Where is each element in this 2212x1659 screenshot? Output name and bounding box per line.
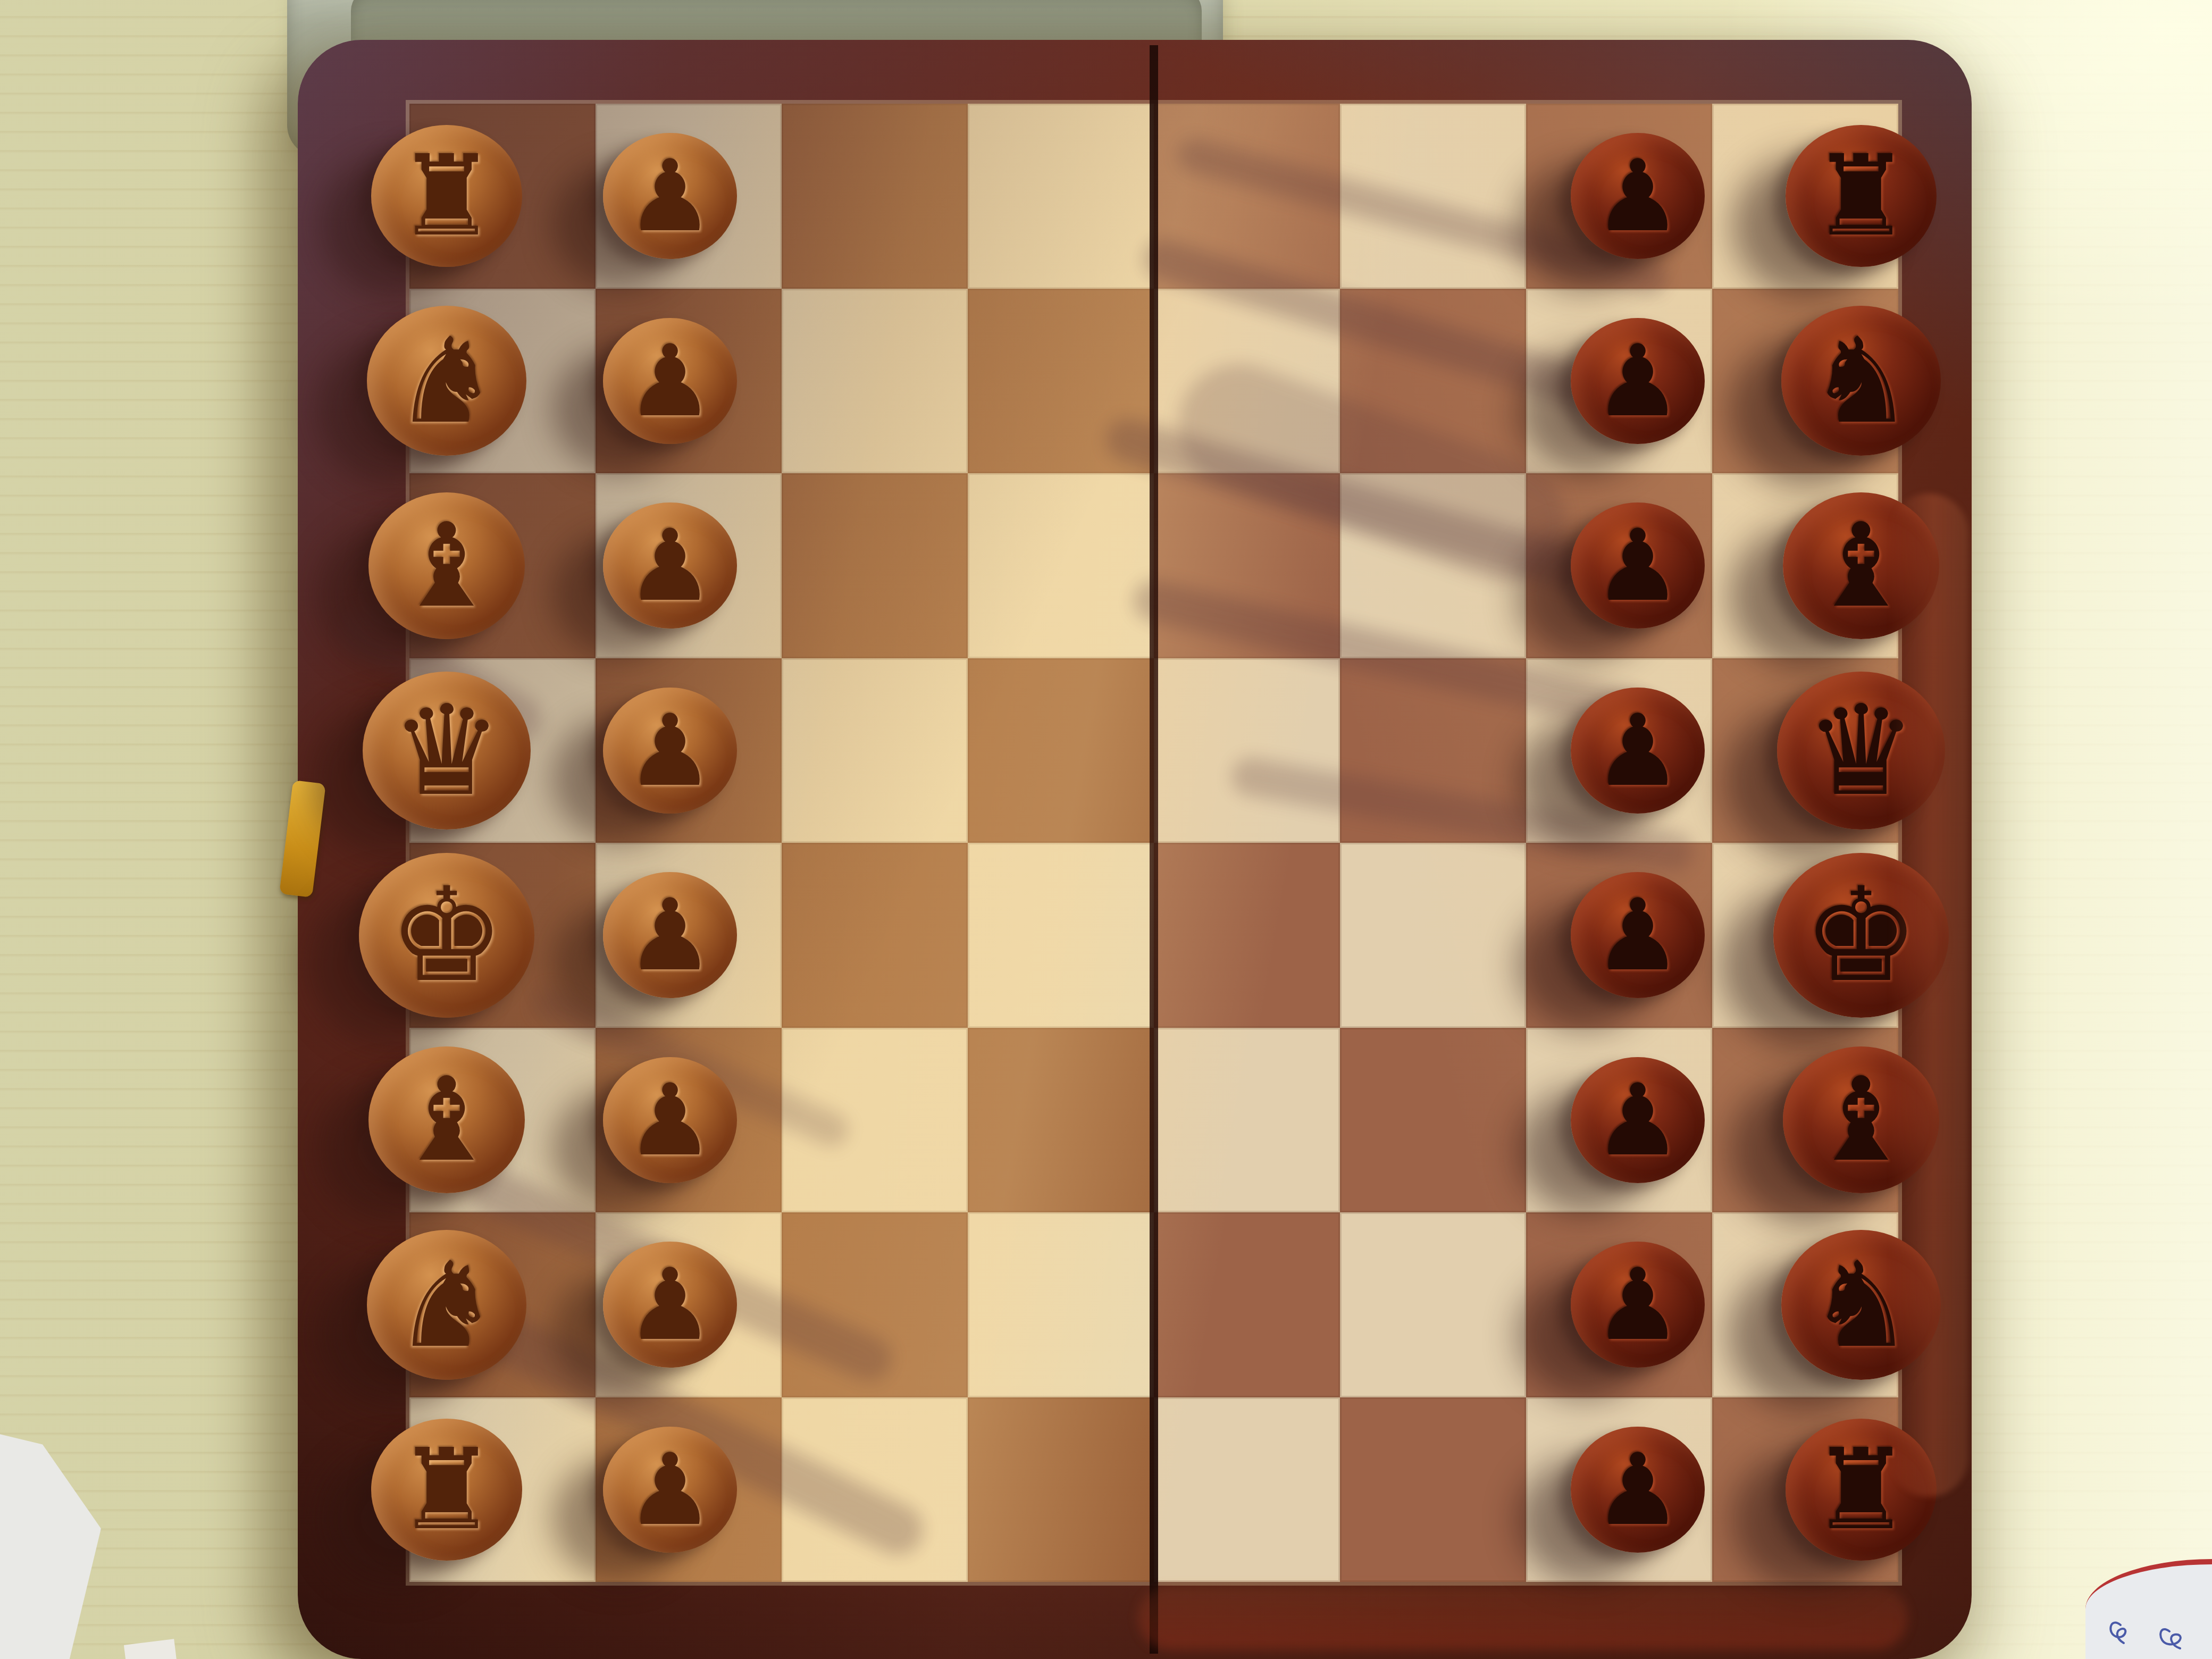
white-pawn-f2: ♟ — [603, 1057, 737, 1183]
pawn-glyph: ♟ — [626, 886, 715, 985]
pawn-glyph: ♟ — [1594, 1071, 1682, 1170]
rook-glyph: ♜ — [397, 1434, 497, 1546]
chess-board: ♜♞♝♛♚♝♞♜♟♟♟♟♟♟♟♟♟♟♟♟♟♟♟♟♜♞♝♛♚♝♞♜ — [298, 40, 1972, 1659]
pawn-glyph: ♟ — [626, 1255, 715, 1354]
black-pawn-b7: ♟ — [1571, 318, 1705, 444]
frame-gloss-bottom — [1138, 1586, 1908, 1649]
paper-scrap-bottom-left — [0, 1430, 101, 1659]
white-knight-b1: ♞ — [367, 306, 526, 456]
pawn-glyph: ♟ — [626, 1071, 715, 1170]
white-bishop-c1: ♝ — [368, 492, 525, 639]
white-pawn-b2: ♟ — [603, 318, 737, 444]
pawn-glyph: ♟ — [1594, 147, 1682, 246]
black-pawn-d7: ♟ — [1571, 688, 1705, 814]
black-pawn-g7: ♟ — [1571, 1242, 1705, 1368]
black-rook-a8: ♜ — [1786, 125, 1937, 267]
pawn-glyph: ♟ — [626, 332, 715, 431]
photo-scene: ♜♞♝♛♚♝♞♜♟♟♟♟♟♟♟♟♟♟♟♟♟♟♟♟♜♞♝♛♚♝♞♜ — [0, 0, 2212, 1659]
pawn-glyph: ♟ — [1594, 332, 1682, 431]
black-pawn-a7: ♟ — [1571, 133, 1705, 259]
pawn-glyph: ♟ — [1594, 1255, 1682, 1354]
pawn-glyph: ♟ — [626, 1440, 715, 1539]
white-rook-a1: ♜ — [371, 125, 522, 267]
white-pawn-d2: ♟ — [603, 688, 737, 814]
white-queen-d1: ♛ — [363, 672, 531, 829]
bishop-glyph: ♝ — [395, 508, 498, 624]
white-pawn-h2: ♟ — [603, 1427, 737, 1553]
pawn-glyph: ♟ — [1594, 886, 1682, 985]
paper-sliver — [124, 1639, 177, 1659]
white-pawn-e2: ♟ — [603, 872, 737, 998]
paper-scrap-bottom-right — [2085, 1559, 2212, 1659]
knight-glyph: ♞ — [1808, 322, 1914, 440]
white-pawn-a2: ♟ — [603, 133, 737, 259]
black-pawn-c7: ♟ — [1571, 502, 1705, 629]
pawn-glyph: ♟ — [1594, 701, 1682, 800]
white-pawn-g2: ♟ — [603, 1242, 737, 1368]
pawn-glyph: ♟ — [1594, 516, 1682, 615]
pawn-glyph: ♟ — [626, 516, 715, 615]
knight-glyph: ♞ — [393, 322, 499, 440]
rook-glyph: ♜ — [397, 140, 497, 252]
black-pawn-f7: ♟ — [1571, 1057, 1705, 1183]
pawn-glyph: ♟ — [626, 147, 715, 246]
brass-latch — [279, 780, 326, 898]
bishop-glyph: ♝ — [395, 1062, 498, 1178]
black-pawn-e7: ♟ — [1571, 872, 1705, 998]
frame-gloss — [1889, 493, 1968, 1497]
pawn-glyph: ♟ — [626, 701, 715, 800]
black-knight-b8: ♞ — [1781, 306, 1941, 456]
white-pawn-c2: ♟ — [603, 502, 737, 629]
rook-glyph: ♜ — [1811, 140, 1911, 252]
queen-glyph: ♛ — [391, 689, 502, 813]
pieces-layer: ♜♞♝♛♚♝♞♜♟♟♟♟♟♟♟♟♟♟♟♟♟♟♟♟♜♞♝♛♚♝♞♜ — [409, 104, 1898, 1582]
white-king-e1: ♚ — [359, 853, 534, 1018]
knight-glyph: ♞ — [393, 1246, 499, 1364]
white-bishop-f1: ♝ — [368, 1046, 525, 1193]
pawn-glyph: ♟ — [1594, 1440, 1682, 1539]
king-glyph: ♚ — [389, 870, 505, 1000]
white-knight-g1: ♞ — [367, 1230, 526, 1380]
black-pawn-h7: ♟ — [1571, 1427, 1705, 1553]
pen-scribble — [2106, 1615, 2191, 1658]
white-rook-h1: ♜ — [371, 1419, 522, 1561]
